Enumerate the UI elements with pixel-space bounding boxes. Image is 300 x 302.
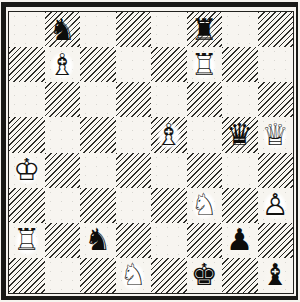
square-d5: [116, 117, 152, 152]
square-c5: [80, 117, 116, 152]
square-a6: [9, 82, 45, 117]
square-b7: ♗: [45, 47, 81, 82]
square-e5: ♗: [151, 117, 187, 152]
square-g5: ♛: [222, 117, 258, 152]
square-g3: [222, 188, 258, 223]
square-b2: [45, 223, 81, 258]
square-e3: [151, 188, 187, 223]
square-b8: ♞: [45, 12, 81, 47]
square-f2: [187, 223, 223, 258]
square-f4: [187, 153, 223, 188]
square-c1: [80, 258, 116, 293]
white-rook: ♖: [191, 50, 218, 80]
black-pawn: ♟: [226, 225, 253, 255]
square-f3: ♘: [187, 188, 223, 223]
white-rook: ♖: [13, 225, 40, 255]
square-e8: [151, 12, 187, 47]
square-d1: ♘: [116, 258, 152, 293]
white-bishop: ♗: [49, 50, 76, 80]
square-f6: [187, 82, 223, 117]
black-knight: ♞: [84, 225, 111, 255]
square-d3: [116, 188, 152, 223]
square-h5: ♕: [258, 117, 294, 152]
square-d7: [116, 47, 152, 82]
square-f7: ♖: [187, 47, 223, 82]
square-c3: [80, 188, 116, 223]
square-a4: ♔: [9, 153, 45, 188]
square-h3: ♙: [258, 188, 294, 223]
white-bishop: ♗: [155, 120, 182, 150]
square-e7: [151, 47, 187, 82]
square-a1: [9, 258, 45, 293]
black-bishop: ♝: [262, 260, 289, 290]
square-b4: [45, 153, 81, 188]
black-king: ♚: [191, 260, 218, 290]
square-c2: ♞: [80, 223, 116, 258]
white-pawn: ♙: [262, 190, 289, 220]
white-knight: ♘: [120, 260, 147, 290]
square-h2: [258, 223, 294, 258]
white-queen: ♕: [262, 120, 289, 150]
square-c8: [80, 12, 116, 47]
square-g1: [222, 258, 258, 293]
square-b5: [45, 117, 81, 152]
square-c4: [80, 153, 116, 188]
square-f1: ♚: [187, 258, 223, 293]
square-g4: [222, 153, 258, 188]
square-h8: [258, 12, 294, 47]
square-e2: [151, 223, 187, 258]
square-f8: ♜: [187, 12, 223, 47]
black-knight: ♞: [49, 15, 76, 45]
square-h4: [258, 153, 294, 188]
square-g6: [222, 82, 258, 117]
square-c6: [80, 82, 116, 117]
black-rook: ♜: [191, 15, 218, 45]
square-b6: [45, 82, 81, 117]
newspaper-chess-diagram: ♞♜♗♖♗♛♕♔♘♙♖♞♟♘♚♝: [0, 0, 300, 302]
square-f5: [187, 117, 223, 152]
square-d8: [116, 12, 152, 47]
square-b1: [45, 258, 81, 293]
square-b3: [45, 188, 81, 223]
square-a3: [9, 188, 45, 223]
square-a7: [9, 47, 45, 82]
square-d6: [116, 82, 152, 117]
chess-board: ♞♜♗♖♗♛♕♔♘♙♖♞♟♘♚♝: [8, 11, 294, 294]
square-d2: [116, 223, 152, 258]
white-king: ♔: [13, 155, 40, 185]
square-h7: [258, 47, 294, 82]
square-g8: [222, 12, 258, 47]
square-e6: [151, 82, 187, 117]
square-a2: ♖: [9, 223, 45, 258]
square-a5: [9, 117, 45, 152]
white-knight: ♘: [191, 190, 218, 220]
square-d4: [116, 153, 152, 188]
square-e4: [151, 153, 187, 188]
square-g2: ♟: [222, 223, 258, 258]
square-g7: [222, 47, 258, 82]
square-c7: [80, 47, 116, 82]
square-a8: [9, 12, 45, 47]
black-queen: ♛: [226, 120, 253, 150]
square-e1: [151, 258, 187, 293]
square-h6: [258, 82, 294, 117]
square-h1: ♝: [258, 258, 294, 293]
